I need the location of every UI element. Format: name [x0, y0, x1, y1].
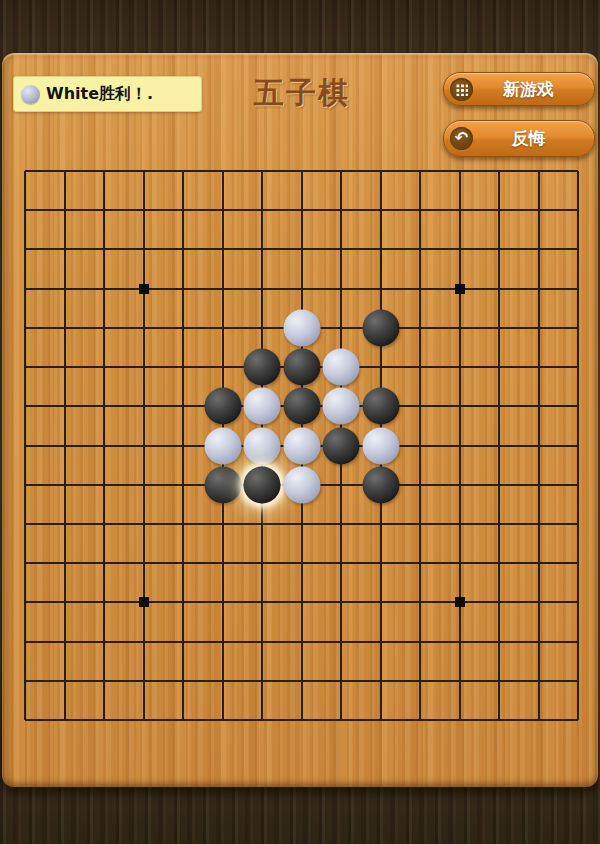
stone-black: [283, 349, 320, 386]
undo-icon: ↶: [450, 127, 473, 150]
undo-button[interactable]: ↶ 反悔: [443, 120, 595, 157]
stone-white: [323, 349, 360, 386]
page-title: 五子棋: [254, 73, 350, 114]
stone-white: [244, 388, 281, 425]
grid-line: [498, 171, 500, 720]
stone-white: [283, 466, 320, 503]
stone-black: [204, 388, 241, 425]
star-point: [139, 284, 149, 294]
game-board-panel: White胜利！. 五子棋 新游戏 ↶ 反悔: [2, 53, 598, 787]
grid-line: [459, 171, 461, 720]
status-banner: White胜利！.: [13, 76, 202, 112]
stone-black: [323, 427, 360, 464]
grid-line: [25, 680, 578, 682]
star-point: [139, 597, 149, 607]
star-point: [455, 284, 465, 294]
grid-line: [577, 171, 579, 720]
grid-line: [25, 562, 578, 564]
stone-white: [283, 427, 320, 464]
grid-line: [25, 641, 578, 643]
app-background: { "game": "gomoku (五子棋, five-in-a-row)",…: [0, 0, 600, 844]
undo-label: 反悔: [473, 127, 584, 150]
stone-white: [323, 388, 360, 425]
grid-line: [25, 523, 578, 525]
stone-white: [204, 427, 241, 464]
stone-white: [362, 427, 399, 464]
stone-white: [244, 427, 281, 464]
stone-black: [204, 466, 241, 503]
stone-black: [283, 388, 320, 425]
stone-white: [283, 309, 320, 346]
new-game-label: 新游戏: [473, 78, 584, 101]
grid-line: [538, 171, 540, 720]
grid-line: [25, 719, 578, 721]
stone-black: [362, 388, 399, 425]
stone-black: [244, 349, 281, 386]
grid-icon: [450, 78, 473, 101]
stone-black: [362, 309, 399, 346]
star-point: [455, 597, 465, 607]
grid-line: [419, 171, 421, 720]
status-text: White胜利！.: [46, 84, 153, 105]
grid-line: [25, 601, 578, 603]
stone-black: [362, 466, 399, 503]
new-game-button[interactable]: 新游戏: [443, 72, 595, 106]
stone-black: [244, 466, 281, 503]
white-stone-icon: [21, 85, 40, 104]
board[interactable]: [25, 171, 578, 720]
